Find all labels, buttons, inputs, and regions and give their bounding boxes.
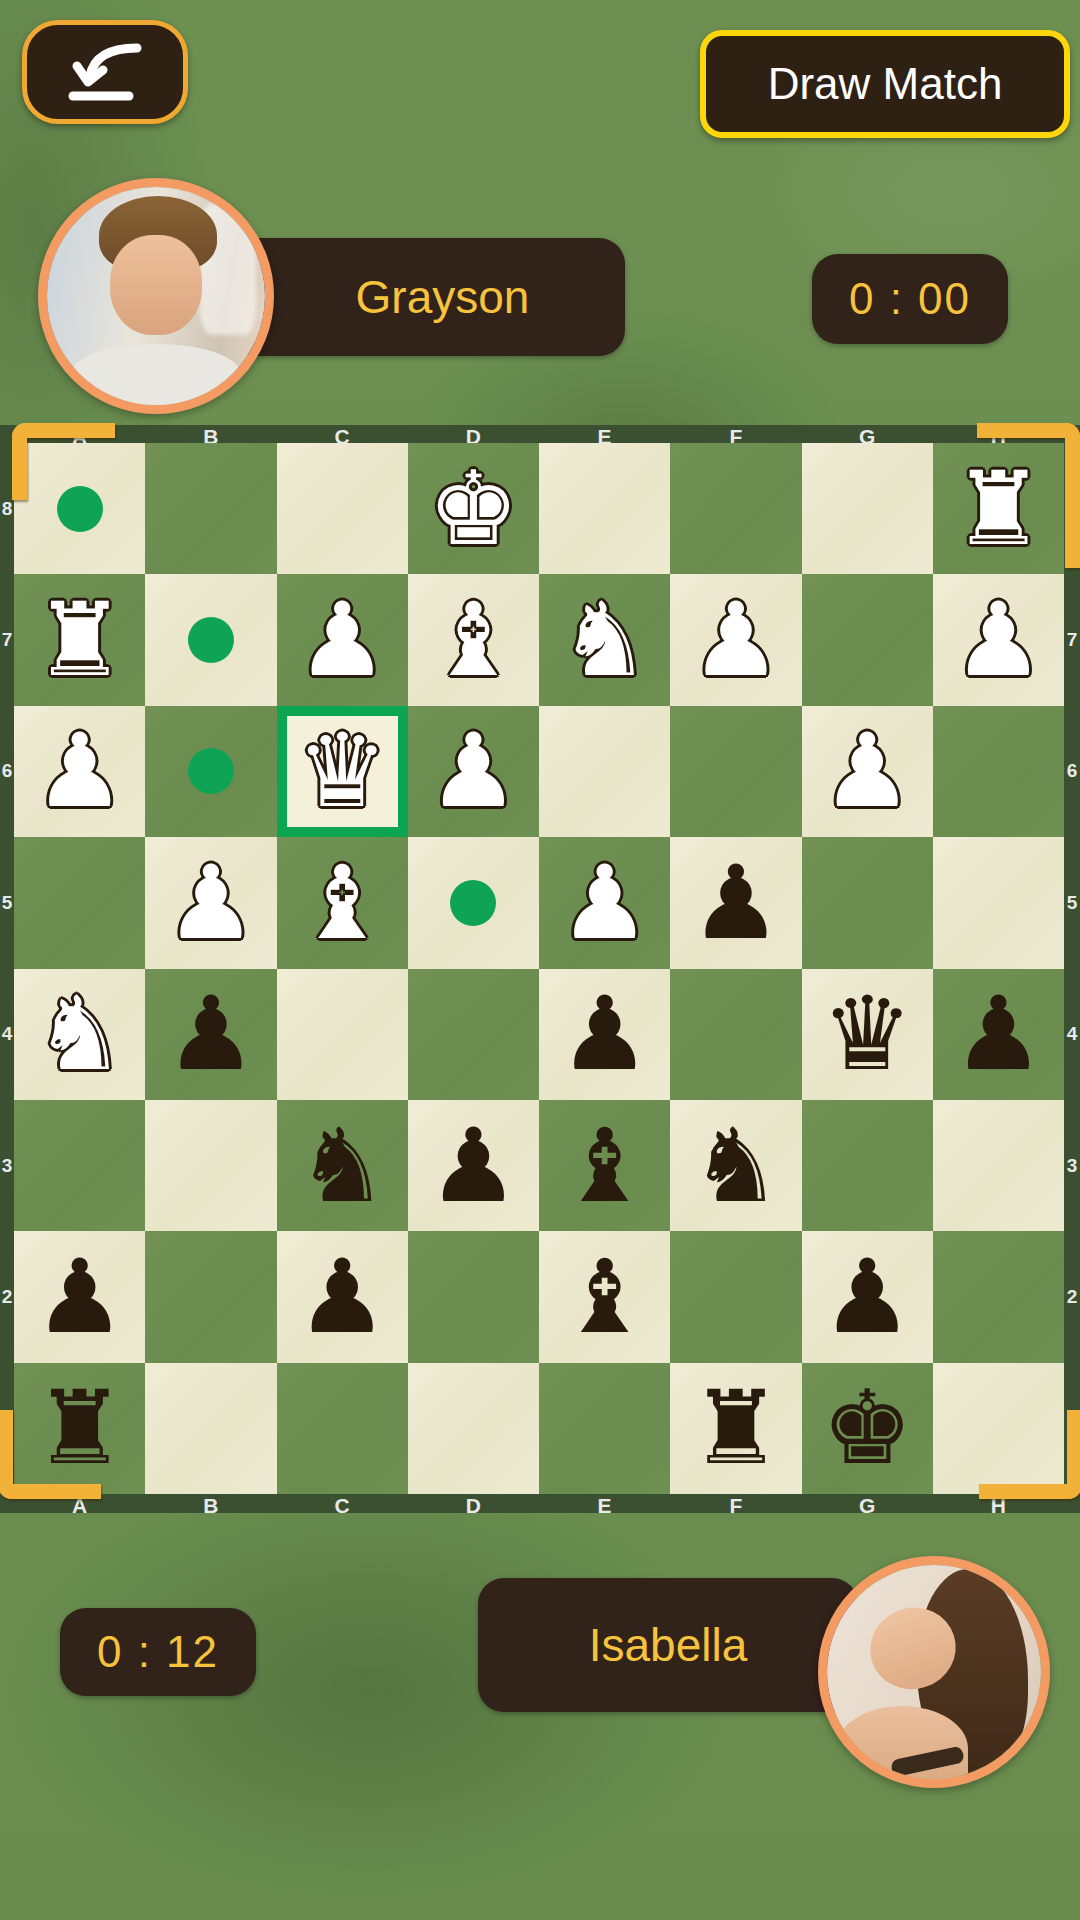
square-a2[interactable]: ♟ bbox=[14, 1231, 145, 1362]
player-top-clock-value: 0 : 00 bbox=[849, 274, 971, 324]
move-hint-dot bbox=[188, 617, 234, 663]
square-e6[interactable] bbox=[539, 706, 670, 837]
piece-bp: ♟ bbox=[690, 852, 781, 954]
rank-label-7: 7 bbox=[0, 574, 14, 705]
square-f1[interactable]: ♜ bbox=[670, 1363, 801, 1494]
square-e1[interactable] bbox=[539, 1363, 670, 1494]
player-bottom-avatar bbox=[818, 1556, 1050, 1788]
square-b8[interactable] bbox=[145, 443, 276, 574]
square-a6[interactable]: ♟ bbox=[14, 706, 145, 837]
piece-wb: ♝ bbox=[296, 852, 387, 954]
file-labels-top: ABCDEFGH bbox=[14, 425, 1064, 443]
square-f4[interactable] bbox=[670, 969, 801, 1100]
square-g4[interactable]: ♛ bbox=[802, 969, 933, 1100]
square-g3[interactable] bbox=[802, 1100, 933, 1231]
square-e2[interactable]: ♝ bbox=[539, 1231, 670, 1362]
piece-bb: ♝ bbox=[559, 1115, 650, 1217]
piece-bb: ♝ bbox=[559, 1246, 650, 1348]
square-h6[interactable] bbox=[933, 706, 1064, 837]
square-e7[interactable]: ♞ bbox=[539, 574, 670, 705]
square-e8[interactable] bbox=[539, 443, 670, 574]
board-corner-decoration bbox=[0, 1410, 101, 1499]
square-g2[interactable]: ♟ bbox=[802, 1231, 933, 1362]
square-c7[interactable]: ♟ bbox=[277, 574, 408, 705]
square-d3[interactable]: ♟ bbox=[408, 1100, 539, 1231]
chess-board: ABCDEFGH ABCDEFGH 87654321 87654321 ♚♜♜♟… bbox=[0, 425, 1080, 1513]
player-top-avatar bbox=[38, 178, 274, 414]
piece-bp: ♟ bbox=[953, 983, 1044, 1085]
rank-labels-left: 87654321 bbox=[0, 443, 14, 1494]
avatar-photo bbox=[827, 1565, 1041, 1779]
piece-wp: ♟ bbox=[296, 589, 387, 691]
square-h7[interactable]: ♟ bbox=[933, 574, 1064, 705]
square-b2[interactable] bbox=[145, 1231, 276, 1362]
square-d7[interactable]: ♝ bbox=[408, 574, 539, 705]
rank-label-7: 7 bbox=[1064, 574, 1080, 705]
square-b7[interactable] bbox=[145, 574, 276, 705]
rank-labels-right: 87654321 bbox=[1064, 443, 1080, 1494]
rank-label-4: 4 bbox=[0, 969, 14, 1100]
file-label-b: B bbox=[145, 1494, 276, 1518]
square-c3[interactable]: ♞ bbox=[277, 1100, 408, 1231]
square-g6[interactable]: ♟ bbox=[802, 706, 933, 837]
square-c2[interactable]: ♟ bbox=[277, 1231, 408, 1362]
piece-wn: ♞ bbox=[559, 589, 650, 691]
rank-label-3: 3 bbox=[0, 1100, 14, 1231]
player-top-name: Grayson bbox=[356, 270, 530, 324]
file-labels-bottom: ABCDEFGH bbox=[14, 1494, 1064, 1512]
rank-label-6: 6 bbox=[0, 706, 14, 837]
square-b5[interactable]: ♟ bbox=[145, 837, 276, 968]
draw-match-label: Draw Match bbox=[768, 59, 1003, 109]
square-a5[interactable] bbox=[14, 837, 145, 968]
piece-wq: ♛ bbox=[296, 720, 387, 822]
board-corner-decoration bbox=[12, 423, 115, 500]
piece-bp: ♟ bbox=[34, 1246, 125, 1348]
game-screen: Draw Match Grayson 0 : 00 ABCDEFGH ABCDE… bbox=[0, 0, 1080, 1920]
square-g1[interactable]: ♚ bbox=[802, 1363, 933, 1494]
piece-wp: ♟ bbox=[34, 720, 125, 822]
move-hint-dot bbox=[188, 748, 234, 794]
piece-bp: ♟ bbox=[165, 983, 256, 1085]
square-d6[interactable]: ♟ bbox=[408, 706, 539, 837]
piece-bn: ♞ bbox=[690, 1115, 781, 1217]
file-label-c: C bbox=[277, 1494, 408, 1518]
rank-label-3: 3 bbox=[1064, 1100, 1080, 1231]
piece-wp: ♟ bbox=[559, 852, 650, 954]
piece-wb: ♝ bbox=[428, 589, 519, 691]
piece-wp: ♟ bbox=[165, 852, 256, 954]
square-h5[interactable] bbox=[933, 837, 1064, 968]
piece-wn: ♞ bbox=[34, 983, 125, 1085]
rank-label-2: 2 bbox=[1064, 1231, 1080, 1362]
square-b3[interactable] bbox=[145, 1100, 276, 1231]
square-h3[interactable] bbox=[933, 1100, 1064, 1231]
square-c6[interactable]: ♛ bbox=[277, 706, 408, 837]
player-bottom-name-plate: Isabella bbox=[478, 1578, 858, 1712]
square-d2[interactable] bbox=[408, 1231, 539, 1362]
rank-label-5: 5 bbox=[0, 837, 14, 968]
square-h2[interactable] bbox=[933, 1231, 1064, 1362]
file-label-d: D bbox=[408, 1494, 539, 1518]
square-c1[interactable] bbox=[277, 1363, 408, 1494]
piece-br: ♜ bbox=[690, 1377, 781, 1479]
rank-label-4: 4 bbox=[1064, 969, 1080, 1100]
square-a7[interactable]: ♜ bbox=[14, 574, 145, 705]
square-b4[interactable]: ♟ bbox=[145, 969, 276, 1100]
square-c8[interactable] bbox=[277, 443, 408, 574]
square-c5[interactable]: ♝ bbox=[277, 837, 408, 968]
player-top-name-plate: Grayson bbox=[230, 238, 625, 356]
piece-wp: ♟ bbox=[428, 720, 519, 822]
draw-match-button[interactable]: Draw Match bbox=[700, 30, 1070, 138]
piece-wp: ♟ bbox=[953, 589, 1044, 691]
square-a4[interactable]: ♞ bbox=[14, 969, 145, 1100]
rank-label-5: 5 bbox=[1064, 837, 1080, 968]
file-label-g: G bbox=[802, 1494, 933, 1518]
square-b6[interactable] bbox=[145, 706, 276, 837]
back-button[interactable] bbox=[22, 20, 188, 124]
square-g8[interactable] bbox=[802, 443, 933, 574]
square-g7[interactable] bbox=[802, 574, 933, 705]
square-g5[interactable] bbox=[802, 837, 933, 968]
move-hint-dot bbox=[450, 880, 496, 926]
piece-bk: ♚ bbox=[821, 1377, 912, 1479]
square-f8[interactable] bbox=[670, 443, 801, 574]
piece-wp: ♟ bbox=[690, 589, 781, 691]
piece-bp: ♟ bbox=[821, 1246, 912, 1348]
avatar-photo bbox=[47, 187, 265, 405]
player-bottom-name: Isabella bbox=[589, 1618, 748, 1672]
board-grid: ♚♜♜♟♝♞♟♟♟♛♟♟♟♝♟♟♞♟♟♛♟♞♟♝♞♟♟♝♟♜♜♚ bbox=[14, 443, 1064, 1494]
square-d8[interactable]: ♚ bbox=[408, 443, 539, 574]
square-h4[interactable]: ♟ bbox=[933, 969, 1064, 1100]
square-f6[interactable] bbox=[670, 706, 801, 837]
square-e5[interactable]: ♟ bbox=[539, 837, 670, 968]
square-d5[interactable] bbox=[408, 837, 539, 968]
square-f2[interactable] bbox=[670, 1231, 801, 1362]
player-bottom-clock: 0 : 12 bbox=[60, 1608, 256, 1696]
file-label-f: F bbox=[670, 1494, 801, 1518]
board-corner-decoration bbox=[979, 1410, 1080, 1499]
piece-bp: ♟ bbox=[296, 1246, 387, 1348]
piece-bp: ♟ bbox=[428, 1115, 519, 1217]
square-f5[interactable]: ♟ bbox=[670, 837, 801, 968]
piece-wp: ♟ bbox=[821, 720, 912, 822]
square-e3[interactable]: ♝ bbox=[539, 1100, 670, 1231]
piece-wr: ♜ bbox=[34, 589, 125, 691]
square-c4[interactable] bbox=[277, 969, 408, 1100]
back-icon bbox=[59, 38, 151, 106]
rank-label-6: 6 bbox=[1064, 706, 1080, 837]
square-b1[interactable] bbox=[145, 1363, 276, 1494]
board-corner-decoration bbox=[977, 423, 1080, 568]
piece-wk: ♚ bbox=[428, 458, 519, 560]
square-e4[interactable]: ♟ bbox=[539, 969, 670, 1100]
piece-bq: ♛ bbox=[821, 983, 912, 1085]
square-a3[interactable] bbox=[14, 1100, 145, 1231]
player-top-clock: 0 : 00 bbox=[812, 254, 1008, 344]
rank-label-2: 2 bbox=[0, 1231, 14, 1362]
square-f3[interactable]: ♞ bbox=[670, 1100, 801, 1231]
piece-bn: ♞ bbox=[296, 1115, 387, 1217]
square-f7[interactable]: ♟ bbox=[670, 574, 801, 705]
player-bottom-clock-value: 0 : 12 bbox=[97, 1627, 219, 1677]
square-d1[interactable] bbox=[408, 1363, 539, 1494]
file-label-e: E bbox=[539, 1494, 670, 1518]
piece-bp: ♟ bbox=[559, 983, 650, 1085]
square-d4[interactable] bbox=[408, 969, 539, 1100]
